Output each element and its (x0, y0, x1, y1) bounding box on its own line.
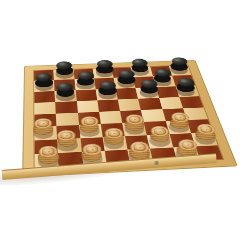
light-checker-piece[interactable] (168, 121, 190, 133)
square-r3c1[interactable] (34, 91, 55, 103)
hinge-latch-icon (154, 161, 158, 165)
square-r3c4[interactable] (96, 88, 118, 100)
square-r4c5[interactable] (118, 99, 141, 111)
square-r5c6[interactable] (141, 109, 165, 122)
square-r6c1[interactable] (35, 126, 58, 140)
square-r3c3[interactable] (75, 89, 97, 101)
black-checker-piece[interactable] (56, 91, 74, 101)
square-r2c1[interactable] (34, 80, 55, 91)
square-r7c2[interactable] (57, 138, 81, 153)
black-checker-piece[interactable] (139, 88, 159, 98)
square-r4c1[interactable] (34, 102, 56, 115)
square-r5c4[interactable] (99, 111, 123, 124)
checkers-set-photo (0, 0, 240, 240)
square-r3c6[interactable] (136, 87, 159, 99)
square-r4c3[interactable] (76, 100, 98, 113)
black-checker-piece[interactable] (96, 68, 114, 77)
board-grid (34, 65, 223, 168)
black-checker-piece[interactable] (175, 86, 195, 96)
square-r3c8[interactable] (175, 85, 199, 97)
square-r5c2[interactable] (56, 113, 79, 126)
light-checker-piece[interactable] (124, 123, 145, 135)
black-checker-piece[interactable] (169, 66, 188, 75)
black-checker-piece[interactable] (77, 80, 95, 90)
square-r7c6[interactable] (147, 134, 173, 148)
square-r3c2[interactable] (55, 90, 77, 102)
square-r6c3[interactable] (79, 124, 103, 138)
light-checker-piece[interactable] (79, 125, 99, 137)
black-checker-piece[interactable] (56, 70, 74, 79)
black-checker-piece[interactable] (36, 81, 54, 91)
perspective-container (22, 13, 219, 210)
square-r4c4[interactable] (97, 99, 120, 111)
square-r6c5[interactable] (122, 122, 147, 136)
light-checker-piece[interactable] (57, 139, 78, 152)
square-r4c8[interactable] (179, 96, 203, 108)
square-r2c3[interactable] (74, 79, 95, 90)
light-checker-piece[interactable] (103, 136, 124, 149)
light-checker-piece[interactable] (149, 134, 171, 146)
square-r2c5[interactable] (114, 77, 136, 88)
light-checker-piece[interactable] (34, 127, 54, 139)
square-r7c4[interactable] (102, 136, 127, 151)
light-checker-piece[interactable] (194, 132, 217, 144)
black-checker-piece[interactable] (117, 78, 136, 88)
black-checker-piece[interactable] (98, 89, 117, 99)
square-r3c5[interactable] (116, 88, 139, 100)
square-r4c6[interactable] (138, 98, 162, 110)
square-r4c2[interactable] (55, 101, 77, 114)
